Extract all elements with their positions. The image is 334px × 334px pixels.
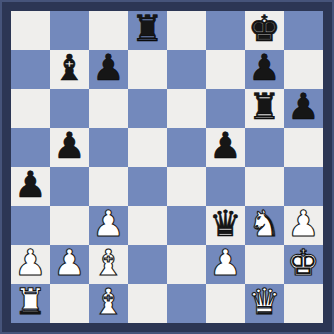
piece-white-pawn-a2[interactable]: ♟ [14,245,46,282]
piece-black-pawn-a4[interactable]: ♟ [14,167,46,204]
square-a6[interactable] [11,89,50,128]
square-a4[interactable]: ♟ [11,167,50,206]
square-d8[interactable]: ♜ [128,11,167,50]
square-d3[interactable] [128,206,167,245]
piece-black-pawn-h6[interactable]: ♟ [287,89,319,126]
square-h1[interactable] [284,284,323,323]
piece-black-king-g8[interactable]: ♚ [248,11,280,48]
square-d6[interactable] [128,89,167,128]
square-e7[interactable] [167,50,206,89]
square-e6[interactable] [167,89,206,128]
square-g1[interactable]: ♛ [245,284,284,323]
piece-black-pawn-b5[interactable]: ♟ [53,128,85,165]
square-h8[interactable] [284,11,323,50]
square-h3[interactable]: ♟ [284,206,323,245]
square-f4[interactable] [206,167,245,206]
square-g7[interactable]: ♟ [245,50,284,89]
square-h4[interactable] [284,167,323,206]
piece-white-queen-g1[interactable]: ♛ [248,284,280,321]
square-f8[interactable] [206,11,245,50]
square-b6[interactable] [50,89,89,128]
square-e1[interactable] [167,284,206,323]
board-frame: ♜♚♝♟♟♜♟♟♟♟♟♛♞♟♟♟♝♟♚♜♝♛ [0,0,334,334]
piece-black-pawn-g7[interactable]: ♟ [248,50,280,87]
piece-white-bishop-c2[interactable]: ♝ [92,245,124,282]
square-b8[interactable] [50,11,89,50]
piece-black-pawn-c7[interactable]: ♟ [92,50,124,87]
square-c1[interactable]: ♝ [89,284,128,323]
square-b5[interactable]: ♟ [50,128,89,167]
piece-white-pawn-c3[interactable]: ♟ [92,206,124,243]
square-d4[interactable] [128,167,167,206]
square-a8[interactable] [11,11,50,50]
square-b4[interactable] [50,167,89,206]
piece-white-knight-g3[interactable]: ♞ [248,206,280,243]
square-f6[interactable] [206,89,245,128]
piece-black-rook-d8[interactable]: ♜ [131,11,163,48]
square-d7[interactable] [128,50,167,89]
square-h2[interactable]: ♚ [284,245,323,284]
square-c7[interactable]: ♟ [89,50,128,89]
piece-black-queen-f3[interactable]: ♛ [209,206,241,243]
square-a3[interactable] [11,206,50,245]
square-a5[interactable] [11,128,50,167]
piece-white-bishop-c1[interactable]: ♝ [92,284,124,321]
square-c2[interactable]: ♝ [89,245,128,284]
piece-white-pawn-h3[interactable]: ♟ [287,206,319,243]
square-d2[interactable] [128,245,167,284]
square-d1[interactable] [128,284,167,323]
piece-white-pawn-b2[interactable]: ♟ [53,245,85,282]
square-g6[interactable]: ♜ [245,89,284,128]
square-e8[interactable] [167,11,206,50]
square-c6[interactable] [89,89,128,128]
square-e3[interactable] [167,206,206,245]
piece-black-rook-g6[interactable]: ♜ [248,89,280,126]
square-f1[interactable] [206,284,245,323]
piece-white-pawn-f2[interactable]: ♟ [209,245,241,282]
square-h5[interactable] [284,128,323,167]
square-e2[interactable] [167,245,206,284]
square-e4[interactable] [167,167,206,206]
square-a1[interactable]: ♜ [11,284,50,323]
square-c5[interactable] [89,128,128,167]
square-f3[interactable]: ♛ [206,206,245,245]
square-g4[interactable] [245,167,284,206]
square-g2[interactable] [245,245,284,284]
square-b7[interactable]: ♝ [50,50,89,89]
square-d5[interactable] [128,128,167,167]
square-b3[interactable] [50,206,89,245]
square-h7[interactable] [284,50,323,89]
square-g5[interactable] [245,128,284,167]
square-g8[interactable]: ♚ [245,11,284,50]
square-f7[interactable] [206,50,245,89]
square-c4[interactable] [89,167,128,206]
square-f2[interactable]: ♟ [206,245,245,284]
square-b1[interactable] [50,284,89,323]
square-c3[interactable]: ♟ [89,206,128,245]
square-g3[interactable]: ♞ [245,206,284,245]
square-c8[interactable] [89,11,128,50]
square-a2[interactable]: ♟ [11,245,50,284]
square-e5[interactable] [167,128,206,167]
piece-black-bishop-b7[interactable]: ♝ [53,50,85,87]
square-b2[interactable]: ♟ [50,245,89,284]
square-h6[interactable]: ♟ [284,89,323,128]
piece-white-king-h2[interactable]: ♚ [287,245,319,282]
square-a7[interactable] [11,50,50,89]
chess-board: ♜♚♝♟♟♜♟♟♟♟♟♛♞♟♟♟♝♟♚♜♝♛ [11,11,323,323]
square-f5[interactable]: ♟ [206,128,245,167]
piece-white-rook-a1[interactable]: ♜ [14,284,46,321]
piece-black-pawn-f5[interactable]: ♟ [209,128,241,165]
